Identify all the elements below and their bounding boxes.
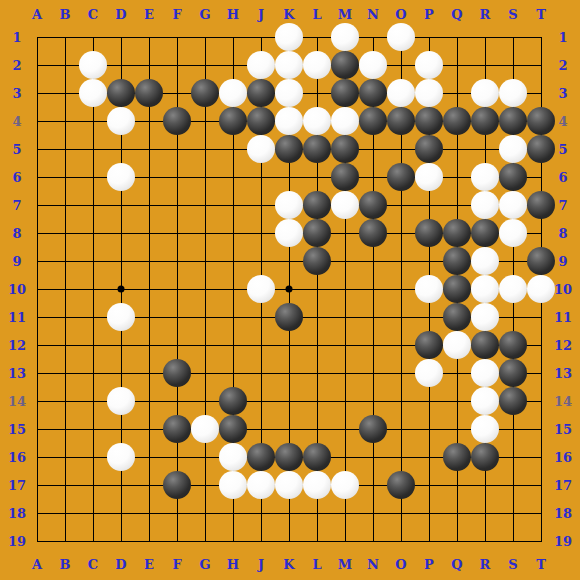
intersection-A4[interactable] bbox=[23, 107, 51, 135]
intersection-D18[interactable] bbox=[107, 499, 135, 527]
intersection-L6[interactable] bbox=[303, 163, 331, 191]
intersection-L18[interactable] bbox=[303, 499, 331, 527]
intersection-T19[interactable] bbox=[527, 527, 555, 555]
intersection-G12[interactable] bbox=[191, 331, 219, 359]
intersection-C11[interactable] bbox=[79, 303, 107, 331]
intersection-F8[interactable] bbox=[163, 219, 191, 247]
intersection-S7[interactable] bbox=[499, 191, 527, 219]
intersection-D16[interactable] bbox=[107, 443, 135, 471]
intersection-N2[interactable] bbox=[359, 51, 387, 79]
intersection-E9[interactable] bbox=[135, 247, 163, 275]
intersection-T4[interactable] bbox=[527, 107, 555, 135]
intersection-E14[interactable] bbox=[135, 387, 163, 415]
intersection-Q10[interactable] bbox=[443, 275, 471, 303]
intersection-Q8[interactable] bbox=[443, 219, 471, 247]
intersection-L14[interactable] bbox=[303, 387, 331, 415]
intersection-J9[interactable] bbox=[247, 247, 275, 275]
intersection-P18[interactable] bbox=[415, 499, 443, 527]
intersection-J1[interactable] bbox=[247, 23, 275, 51]
intersection-G17[interactable] bbox=[191, 471, 219, 499]
intersection-B16[interactable] bbox=[51, 443, 79, 471]
intersection-O11[interactable] bbox=[387, 303, 415, 331]
intersection-E11[interactable] bbox=[135, 303, 163, 331]
intersection-D15[interactable] bbox=[107, 415, 135, 443]
intersection-P17[interactable] bbox=[415, 471, 443, 499]
intersection-P5[interactable] bbox=[415, 135, 443, 163]
intersection-R3[interactable] bbox=[471, 79, 499, 107]
intersection-O2[interactable] bbox=[387, 51, 415, 79]
intersection-H17[interactable] bbox=[219, 471, 247, 499]
intersection-K6[interactable] bbox=[275, 163, 303, 191]
intersection-P16[interactable] bbox=[415, 443, 443, 471]
intersection-L13[interactable] bbox=[303, 359, 331, 387]
intersection-L3[interactable] bbox=[303, 79, 331, 107]
intersection-R19[interactable] bbox=[471, 527, 499, 555]
intersection-P6[interactable] bbox=[415, 163, 443, 191]
intersection-F6[interactable] bbox=[163, 163, 191, 191]
intersection-Q7[interactable] bbox=[443, 191, 471, 219]
intersection-F4[interactable] bbox=[163, 107, 191, 135]
intersection-J13[interactable] bbox=[247, 359, 275, 387]
intersection-N6[interactable] bbox=[359, 163, 387, 191]
intersection-B1[interactable] bbox=[51, 23, 79, 51]
intersection-E10[interactable] bbox=[135, 275, 163, 303]
intersection-S17[interactable] bbox=[499, 471, 527, 499]
intersection-L9[interactable] bbox=[303, 247, 331, 275]
intersection-S10[interactable] bbox=[499, 275, 527, 303]
intersection-Q3[interactable] bbox=[443, 79, 471, 107]
intersection-R15[interactable] bbox=[471, 415, 499, 443]
intersection-E13[interactable] bbox=[135, 359, 163, 387]
intersection-Q12[interactable] bbox=[443, 331, 471, 359]
intersection-C1[interactable] bbox=[79, 23, 107, 51]
intersection-Q19[interactable] bbox=[443, 527, 471, 555]
intersection-R5[interactable] bbox=[471, 135, 499, 163]
intersection-S6[interactable] bbox=[499, 163, 527, 191]
intersection-E8[interactable] bbox=[135, 219, 163, 247]
intersection-R1[interactable] bbox=[471, 23, 499, 51]
intersection-T8[interactable] bbox=[527, 219, 555, 247]
intersection-G13[interactable] bbox=[191, 359, 219, 387]
intersection-M8[interactable] bbox=[331, 219, 359, 247]
intersection-P3[interactable] bbox=[415, 79, 443, 107]
intersection-P11[interactable] bbox=[415, 303, 443, 331]
intersection-E3[interactable] bbox=[135, 79, 163, 107]
intersection-G16[interactable] bbox=[191, 443, 219, 471]
intersection-T5[interactable] bbox=[527, 135, 555, 163]
intersection-R13[interactable] bbox=[471, 359, 499, 387]
intersection-L15[interactable] bbox=[303, 415, 331, 443]
intersection-M5[interactable] bbox=[331, 135, 359, 163]
intersection-S8[interactable] bbox=[499, 219, 527, 247]
intersection-C17[interactable] bbox=[79, 471, 107, 499]
intersection-S19[interactable] bbox=[499, 527, 527, 555]
intersection-G14[interactable] bbox=[191, 387, 219, 415]
intersection-A6[interactable] bbox=[23, 163, 51, 191]
intersection-M14[interactable] bbox=[331, 387, 359, 415]
intersection-T9[interactable] bbox=[527, 247, 555, 275]
intersection-E15[interactable] bbox=[135, 415, 163, 443]
intersection-J15[interactable] bbox=[247, 415, 275, 443]
intersection-C16[interactable] bbox=[79, 443, 107, 471]
intersection-N19[interactable] bbox=[359, 527, 387, 555]
intersection-C13[interactable] bbox=[79, 359, 107, 387]
intersection-L10[interactable] bbox=[303, 275, 331, 303]
intersection-D3[interactable] bbox=[107, 79, 135, 107]
intersection-P15[interactable] bbox=[415, 415, 443, 443]
intersection-Q18[interactable] bbox=[443, 499, 471, 527]
intersection-L5[interactable] bbox=[303, 135, 331, 163]
intersection-P1[interactable] bbox=[415, 23, 443, 51]
intersection-M7[interactable] bbox=[331, 191, 359, 219]
intersection-R8[interactable] bbox=[471, 219, 499, 247]
intersection-O13[interactable] bbox=[387, 359, 415, 387]
intersection-D12[interactable] bbox=[107, 331, 135, 359]
intersection-M4[interactable] bbox=[331, 107, 359, 135]
intersection-S2[interactable] bbox=[499, 51, 527, 79]
intersection-A10[interactable] bbox=[23, 275, 51, 303]
intersection-H12[interactable] bbox=[219, 331, 247, 359]
intersection-T1[interactable] bbox=[527, 23, 555, 51]
intersection-J14[interactable] bbox=[247, 387, 275, 415]
intersection-M9[interactable] bbox=[331, 247, 359, 275]
intersection-A7[interactable] bbox=[23, 191, 51, 219]
intersection-A2[interactable] bbox=[23, 51, 51, 79]
intersection-M19[interactable] bbox=[331, 527, 359, 555]
intersection-S5[interactable] bbox=[499, 135, 527, 163]
intersection-G6[interactable] bbox=[191, 163, 219, 191]
intersection-O12[interactable] bbox=[387, 331, 415, 359]
intersection-B14[interactable] bbox=[51, 387, 79, 415]
intersection-K15[interactable] bbox=[275, 415, 303, 443]
intersection-M10[interactable] bbox=[331, 275, 359, 303]
intersection-B10[interactable] bbox=[51, 275, 79, 303]
intersection-L2[interactable] bbox=[303, 51, 331, 79]
intersection-K4[interactable] bbox=[275, 107, 303, 135]
intersection-T2[interactable] bbox=[527, 51, 555, 79]
intersection-G19[interactable] bbox=[191, 527, 219, 555]
intersection-A11[interactable] bbox=[23, 303, 51, 331]
intersection-C7[interactable] bbox=[79, 191, 107, 219]
intersection-H10[interactable] bbox=[219, 275, 247, 303]
intersection-E16[interactable] bbox=[135, 443, 163, 471]
intersection-M16[interactable] bbox=[331, 443, 359, 471]
intersection-O17[interactable] bbox=[387, 471, 415, 499]
intersection-E17[interactable] bbox=[135, 471, 163, 499]
intersection-A15[interactable] bbox=[23, 415, 51, 443]
intersection-C5[interactable] bbox=[79, 135, 107, 163]
intersection-A12[interactable] bbox=[23, 331, 51, 359]
intersection-L12[interactable] bbox=[303, 331, 331, 359]
intersection-H14[interactable] bbox=[219, 387, 247, 415]
intersection-G18[interactable] bbox=[191, 499, 219, 527]
intersection-T18[interactable] bbox=[527, 499, 555, 527]
intersection-N12[interactable] bbox=[359, 331, 387, 359]
intersection-M13[interactable] bbox=[331, 359, 359, 387]
intersection-P2[interactable] bbox=[415, 51, 443, 79]
intersection-B17[interactable] bbox=[51, 471, 79, 499]
intersection-B7[interactable] bbox=[51, 191, 79, 219]
intersection-Q14[interactable] bbox=[443, 387, 471, 415]
intersection-E5[interactable] bbox=[135, 135, 163, 163]
intersection-K18[interactable] bbox=[275, 499, 303, 527]
intersection-T12[interactable] bbox=[527, 331, 555, 359]
intersection-O7[interactable] bbox=[387, 191, 415, 219]
intersection-K3[interactable] bbox=[275, 79, 303, 107]
intersection-E12[interactable] bbox=[135, 331, 163, 359]
intersection-H13[interactable] bbox=[219, 359, 247, 387]
intersection-P12[interactable] bbox=[415, 331, 443, 359]
intersection-A9[interactable] bbox=[23, 247, 51, 275]
intersection-R7[interactable] bbox=[471, 191, 499, 219]
intersection-N1[interactable] bbox=[359, 23, 387, 51]
intersection-H1[interactable] bbox=[219, 23, 247, 51]
intersection-J18[interactable] bbox=[247, 499, 275, 527]
intersection-K17[interactable] bbox=[275, 471, 303, 499]
intersection-F2[interactable] bbox=[163, 51, 191, 79]
intersection-H11[interactable] bbox=[219, 303, 247, 331]
intersection-A14[interactable] bbox=[23, 387, 51, 415]
intersection-Q6[interactable] bbox=[443, 163, 471, 191]
intersection-B9[interactable] bbox=[51, 247, 79, 275]
intersection-S13[interactable] bbox=[499, 359, 527, 387]
intersection-M18[interactable] bbox=[331, 499, 359, 527]
intersection-O4[interactable] bbox=[387, 107, 415, 135]
intersection-J10[interactable] bbox=[247, 275, 275, 303]
intersection-E18[interactable] bbox=[135, 499, 163, 527]
intersection-S9[interactable] bbox=[499, 247, 527, 275]
intersection-A1[interactable] bbox=[23, 23, 51, 51]
intersection-K1[interactable] bbox=[275, 23, 303, 51]
intersection-N13[interactable] bbox=[359, 359, 387, 387]
intersection-O9[interactable] bbox=[387, 247, 415, 275]
intersection-R17[interactable] bbox=[471, 471, 499, 499]
intersection-C8[interactable] bbox=[79, 219, 107, 247]
intersection-R18[interactable] bbox=[471, 499, 499, 527]
intersection-T13[interactable] bbox=[527, 359, 555, 387]
intersection-G10[interactable] bbox=[191, 275, 219, 303]
intersection-M12[interactable] bbox=[331, 331, 359, 359]
intersection-F12[interactable] bbox=[163, 331, 191, 359]
intersection-G3[interactable] bbox=[191, 79, 219, 107]
intersection-C18[interactable] bbox=[79, 499, 107, 527]
intersection-H8[interactable] bbox=[219, 219, 247, 247]
intersection-T3[interactable] bbox=[527, 79, 555, 107]
intersection-S4[interactable] bbox=[499, 107, 527, 135]
intersection-Q15[interactable] bbox=[443, 415, 471, 443]
intersection-G4[interactable] bbox=[191, 107, 219, 135]
intersection-F10[interactable] bbox=[163, 275, 191, 303]
intersection-H18[interactable] bbox=[219, 499, 247, 527]
intersection-S16[interactable] bbox=[499, 443, 527, 471]
intersection-A5[interactable] bbox=[23, 135, 51, 163]
intersection-B3[interactable] bbox=[51, 79, 79, 107]
intersection-N8[interactable] bbox=[359, 219, 387, 247]
intersection-G7[interactable] bbox=[191, 191, 219, 219]
intersection-S12[interactable] bbox=[499, 331, 527, 359]
intersection-T15[interactable] bbox=[527, 415, 555, 443]
intersection-J19[interactable] bbox=[247, 527, 275, 555]
intersection-K13[interactable] bbox=[275, 359, 303, 387]
intersection-J8[interactable] bbox=[247, 219, 275, 247]
intersection-O1[interactable] bbox=[387, 23, 415, 51]
intersection-D9[interactable] bbox=[107, 247, 135, 275]
intersection-A18[interactable] bbox=[23, 499, 51, 527]
intersection-P9[interactable] bbox=[415, 247, 443, 275]
intersection-Q17[interactable] bbox=[443, 471, 471, 499]
intersection-E4[interactable] bbox=[135, 107, 163, 135]
intersection-S11[interactable] bbox=[499, 303, 527, 331]
intersection-M15[interactable] bbox=[331, 415, 359, 443]
intersection-F11[interactable] bbox=[163, 303, 191, 331]
intersection-N5[interactable] bbox=[359, 135, 387, 163]
intersection-O16[interactable] bbox=[387, 443, 415, 471]
intersection-K10[interactable] bbox=[275, 275, 303, 303]
intersection-B4[interactable] bbox=[51, 107, 79, 135]
intersection-N16[interactable] bbox=[359, 443, 387, 471]
intersection-R14[interactable] bbox=[471, 387, 499, 415]
intersection-R12[interactable] bbox=[471, 331, 499, 359]
intersection-C3[interactable] bbox=[79, 79, 107, 107]
intersection-Q13[interactable] bbox=[443, 359, 471, 387]
intersection-H15[interactable] bbox=[219, 415, 247, 443]
intersection-E6[interactable] bbox=[135, 163, 163, 191]
intersection-T10[interactable] bbox=[527, 275, 555, 303]
intersection-K5[interactable] bbox=[275, 135, 303, 163]
intersection-J17[interactable] bbox=[247, 471, 275, 499]
intersection-L7[interactable] bbox=[303, 191, 331, 219]
intersection-J12[interactable] bbox=[247, 331, 275, 359]
intersection-S18[interactable] bbox=[499, 499, 527, 527]
intersection-R4[interactable] bbox=[471, 107, 499, 135]
intersection-D19[interactable] bbox=[107, 527, 135, 555]
intersection-T7[interactable] bbox=[527, 191, 555, 219]
intersection-B11[interactable] bbox=[51, 303, 79, 331]
intersection-Q9[interactable] bbox=[443, 247, 471, 275]
intersection-P14[interactable] bbox=[415, 387, 443, 415]
intersection-G8[interactable] bbox=[191, 219, 219, 247]
intersection-Q4[interactable] bbox=[443, 107, 471, 135]
intersection-M6[interactable] bbox=[331, 163, 359, 191]
intersection-M2[interactable] bbox=[331, 51, 359, 79]
intersection-N10[interactable] bbox=[359, 275, 387, 303]
intersection-C2[interactable] bbox=[79, 51, 107, 79]
intersection-N3[interactable] bbox=[359, 79, 387, 107]
intersection-N18[interactable] bbox=[359, 499, 387, 527]
intersection-J2[interactable] bbox=[247, 51, 275, 79]
intersection-M1[interactable] bbox=[331, 23, 359, 51]
intersection-K11[interactable] bbox=[275, 303, 303, 331]
intersection-G1[interactable] bbox=[191, 23, 219, 51]
intersection-S1[interactable] bbox=[499, 23, 527, 51]
intersection-O18[interactable] bbox=[387, 499, 415, 527]
intersection-H3[interactable] bbox=[219, 79, 247, 107]
intersection-L4[interactable] bbox=[303, 107, 331, 135]
intersection-F14[interactable] bbox=[163, 387, 191, 415]
intersection-D6[interactable] bbox=[107, 163, 135, 191]
intersection-A16[interactable] bbox=[23, 443, 51, 471]
intersection-N4[interactable] bbox=[359, 107, 387, 135]
intersection-P8[interactable] bbox=[415, 219, 443, 247]
intersection-E7[interactable] bbox=[135, 191, 163, 219]
intersection-O15[interactable] bbox=[387, 415, 415, 443]
intersection-L11[interactable] bbox=[303, 303, 331, 331]
intersection-B19[interactable] bbox=[51, 527, 79, 555]
intersection-F1[interactable] bbox=[163, 23, 191, 51]
intersection-D2[interactable] bbox=[107, 51, 135, 79]
intersection-C15[interactable] bbox=[79, 415, 107, 443]
intersection-K2[interactable] bbox=[275, 51, 303, 79]
intersection-N17[interactable] bbox=[359, 471, 387, 499]
intersection-F17[interactable] bbox=[163, 471, 191, 499]
intersection-G15[interactable] bbox=[191, 415, 219, 443]
intersection-H4[interactable] bbox=[219, 107, 247, 135]
intersection-L1[interactable] bbox=[303, 23, 331, 51]
intersection-K14[interactable] bbox=[275, 387, 303, 415]
intersection-P10[interactable] bbox=[415, 275, 443, 303]
intersection-F19[interactable] bbox=[163, 527, 191, 555]
intersection-B12[interactable] bbox=[51, 331, 79, 359]
intersection-L8[interactable] bbox=[303, 219, 331, 247]
intersection-O5[interactable] bbox=[387, 135, 415, 163]
intersection-F5[interactable] bbox=[163, 135, 191, 163]
intersection-D8[interactable] bbox=[107, 219, 135, 247]
intersection-E2[interactable] bbox=[135, 51, 163, 79]
intersection-R16[interactable] bbox=[471, 443, 499, 471]
intersection-F3[interactable] bbox=[163, 79, 191, 107]
intersection-K7[interactable] bbox=[275, 191, 303, 219]
intersection-J5[interactable] bbox=[247, 135, 275, 163]
intersection-D17[interactable] bbox=[107, 471, 135, 499]
intersection-M3[interactable] bbox=[331, 79, 359, 107]
intersection-H19[interactable] bbox=[219, 527, 247, 555]
intersection-H16[interactable] bbox=[219, 443, 247, 471]
intersection-Q1[interactable] bbox=[443, 23, 471, 51]
intersection-B13[interactable] bbox=[51, 359, 79, 387]
intersection-D10[interactable] bbox=[107, 275, 135, 303]
intersection-O8[interactable] bbox=[387, 219, 415, 247]
intersection-D1[interactable] bbox=[107, 23, 135, 51]
intersection-O19[interactable] bbox=[387, 527, 415, 555]
intersection-P13[interactable] bbox=[415, 359, 443, 387]
intersection-C12[interactable] bbox=[79, 331, 107, 359]
intersection-T14[interactable] bbox=[527, 387, 555, 415]
intersection-K12[interactable] bbox=[275, 331, 303, 359]
intersection-T11[interactable] bbox=[527, 303, 555, 331]
intersection-J11[interactable] bbox=[247, 303, 275, 331]
intersection-H2[interactable] bbox=[219, 51, 247, 79]
intersection-H9[interactable] bbox=[219, 247, 247, 275]
intersection-D13[interactable] bbox=[107, 359, 135, 387]
intersection-N11[interactable] bbox=[359, 303, 387, 331]
intersection-F18[interactable] bbox=[163, 499, 191, 527]
intersection-E19[interactable] bbox=[135, 527, 163, 555]
intersection-O14[interactable] bbox=[387, 387, 415, 415]
intersection-M17[interactable] bbox=[331, 471, 359, 499]
intersection-H5[interactable] bbox=[219, 135, 247, 163]
intersection-R11[interactable] bbox=[471, 303, 499, 331]
intersection-B18[interactable] bbox=[51, 499, 79, 527]
intersection-J16[interactable] bbox=[247, 443, 275, 471]
intersection-P19[interactable] bbox=[415, 527, 443, 555]
intersection-S14[interactable] bbox=[499, 387, 527, 415]
intersection-F7[interactable] bbox=[163, 191, 191, 219]
intersection-Q11[interactable] bbox=[443, 303, 471, 331]
intersection-J7[interactable] bbox=[247, 191, 275, 219]
intersection-R10[interactable] bbox=[471, 275, 499, 303]
intersection-H6[interactable] bbox=[219, 163, 247, 191]
intersection-K19[interactable] bbox=[275, 527, 303, 555]
